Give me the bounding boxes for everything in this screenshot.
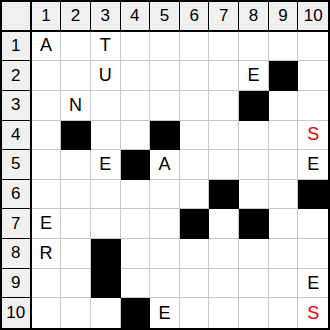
empty-cell[interactable] [239,180,269,210]
empty-cell[interactable] [180,150,210,180]
empty-cell[interactable] [121,180,151,210]
letter-cell[interactable]: E [298,150,328,180]
col-header: 1 [32,2,62,32]
row-header: 6 [2,180,32,210]
letter-cell[interactable]: S [298,121,328,151]
block-cell [239,209,269,239]
empty-cell[interactable] [180,91,210,121]
block-cell [239,91,269,121]
empty-cell[interactable] [209,209,239,239]
empty-cell[interactable] [239,269,269,299]
row-header: 8 [2,239,32,269]
block-cell [121,298,151,328]
empty-cell[interactable] [150,91,180,121]
block-cell [180,209,210,239]
empty-cell[interactable] [180,269,210,299]
empty-cell[interactable] [121,209,151,239]
block-cell [298,180,328,210]
row-header: 10 [2,298,32,328]
col-header: 5 [150,2,180,32]
row-header: 1 [2,32,32,62]
empty-cell[interactable] [121,269,151,299]
empty-cell[interactable] [121,121,151,151]
empty-cell[interactable] [269,121,299,151]
letter-cell[interactable]: E [239,61,269,91]
letter-cell[interactable]: T [91,32,121,62]
empty-cell[interactable] [269,150,299,180]
empty-cell[interactable] [180,239,210,269]
letter-cell[interactable]: N [61,91,91,121]
letter-cell[interactable]: E [298,269,328,299]
empty-cell[interactable] [91,121,121,151]
empty-cell[interactable] [269,91,299,121]
empty-cell[interactable] [121,239,151,269]
empty-cell[interactable] [61,269,91,299]
empty-cell[interactable] [239,239,269,269]
empty-cell[interactable] [269,269,299,299]
letter-cell[interactable]: A [32,32,62,62]
block-cell [150,121,180,151]
row-header: 2 [2,61,32,91]
col-header: 8 [239,2,269,32]
row-header: 3 [2,91,32,121]
row-header: 9 [2,269,32,299]
block-cell [121,150,151,180]
empty-cell[interactable] [209,269,239,299]
empty-cell[interactable] [61,298,91,328]
block-cell [209,180,239,210]
row-header: 5 [2,150,32,180]
empty-cell[interactable] [180,180,210,210]
empty-cell[interactable] [121,61,151,91]
empty-cell[interactable] [150,180,180,210]
empty-cell[interactable] [32,61,62,91]
empty-cell[interactable] [180,121,210,151]
empty-cell[interactable] [209,150,239,180]
empty-cell[interactable] [91,209,121,239]
empty-cell[interactable] [239,298,269,328]
empty-cell[interactable] [121,91,151,121]
empty-cell[interactable] [150,209,180,239]
row-header: 4 [2,121,32,151]
empty-cell[interactable] [32,180,62,210]
empty-cell[interactable] [32,121,62,151]
empty-cell[interactable] [180,298,210,328]
block-cell [91,269,121,299]
empty-cell[interactable] [209,298,239,328]
empty-cell[interactable] [209,32,239,62]
col-header: 4 [121,2,151,32]
empty-cell[interactable] [61,209,91,239]
empty-cell[interactable] [91,91,121,121]
col-header: 3 [91,2,121,32]
corner-cell [2,2,32,32]
empty-cell[interactable] [298,239,328,269]
col-header: 6 [180,2,210,32]
empty-cell[interactable] [91,298,121,328]
letter-cell[interactable]: S [298,298,328,328]
crossword-board: 123456789101AT2UE3N4S5EAE67E8R9E10ES [0,0,330,330]
empty-cell[interactable] [61,239,91,269]
empty-cell[interactable] [298,61,328,91]
empty-cell[interactable] [239,121,269,151]
empty-cell[interactable] [61,180,91,210]
empty-cell[interactable] [269,239,299,269]
empty-cell[interactable] [61,150,91,180]
col-header: 7 [209,2,239,32]
block-cell [269,61,299,91]
row-header: 7 [2,209,32,239]
empty-cell[interactable] [61,61,91,91]
empty-cell[interactable] [209,121,239,151]
empty-cell[interactable] [239,150,269,180]
letter-cell[interactable]: U [91,61,121,91]
empty-cell[interactable] [150,61,180,91]
empty-cell[interactable] [269,180,299,210]
block-cell [91,239,121,269]
letter-cell[interactable]: R [32,239,62,269]
col-header: 2 [61,2,91,32]
empty-cell[interactable] [180,32,210,62]
empty-cell[interactable] [209,91,239,121]
empty-cell[interactable] [150,32,180,62]
empty-cell[interactable] [180,61,210,91]
empty-cell[interactable] [150,269,180,299]
empty-cell[interactable] [32,91,62,121]
empty-cell[interactable] [269,298,299,328]
letter-cell[interactable]: E [150,298,180,328]
empty-cell[interactable] [269,32,299,62]
empty-cell[interactable] [121,32,151,62]
empty-cell[interactable] [269,209,299,239]
col-header: 9 [269,2,299,32]
empty-cell[interactable] [239,32,269,62]
letter-cell[interactable]: E [32,209,62,239]
empty-cell[interactable] [298,32,328,62]
empty-cell[interactable] [32,298,62,328]
empty-cell[interactable] [150,239,180,269]
empty-cell[interactable] [298,209,328,239]
letter-cell[interactable]: A [150,150,180,180]
empty-cell[interactable] [209,239,239,269]
empty-cell[interactable] [32,269,62,299]
empty-cell[interactable] [298,91,328,121]
empty-cell[interactable] [91,180,121,210]
block-cell [61,121,91,151]
letter-cell[interactable]: E [91,150,121,180]
empty-cell[interactable] [32,150,62,180]
empty-cell[interactable] [209,61,239,91]
empty-cell[interactable] [61,32,91,62]
col-header: 10 [298,2,328,32]
